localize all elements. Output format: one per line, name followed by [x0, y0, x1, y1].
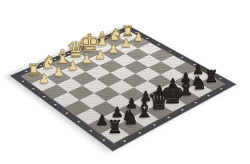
piece-white-pawn-f2[interactable]: ♟ — [108, 42, 119, 54]
coordinate-mark — [123, 140, 127, 142]
coordinate-mark — [153, 124, 157, 126]
coordinate-mark — [207, 95, 211, 97]
coordinate-mark — [42, 96, 45, 98]
piece-white-pawn-e2[interactable]: ♟ — [95, 48, 106, 60]
coordinate-mark — [181, 57, 184, 59]
chess-set-photo: ♜♞♝♛♚♝♞♜♟♟♟♟♟♟♟♟♟♟♟♟♟♟♟♟♜♞♝♛♚♝♞♜ — [0, 0, 250, 164]
coordinate-mark — [32, 88, 35, 90]
piece-black-rook-a8[interactable]: ♜ — [107, 118, 123, 136]
piece-white-pawn-b2[interactable]: ♟ — [53, 66, 65, 79]
coordinate-mark — [65, 112, 69, 114]
coordinate-mark — [219, 78, 222, 80]
coordinate-mark — [146, 38, 149, 40]
coordinate-mark — [220, 88, 223, 90]
coordinate-mark — [181, 109, 185, 111]
coordinate-mark — [167, 116, 171, 118]
piece-white-pawn-d2[interactable]: ♟ — [81, 54, 92, 67]
piece-white-pawn-g2[interactable]: ♟ — [121, 37, 132, 49]
coordinate-mark — [138, 132, 142, 134]
coordinate-mark — [169, 50, 172, 52]
coordinate-mark — [77, 121, 81, 123]
piece-white-pawn-c2[interactable]: ♟ — [67, 60, 78, 73]
coordinate-mark — [194, 102, 198, 104]
coordinate-mark — [102, 139, 106, 141]
piece-white-pawn-h2[interactable]: ♟ — [133, 32, 144, 44]
coordinate-mark — [21, 80, 24, 82]
coordinate-mark — [54, 104, 58, 106]
piece-white-pawn-a2[interactable]: ♟ — [38, 72, 50, 85]
piece-black-knight-b8[interactable]: ♞ — [121, 108, 139, 128]
coordinate-mark — [89, 130, 93, 132]
coordinate-mark — [157, 44, 160, 46]
